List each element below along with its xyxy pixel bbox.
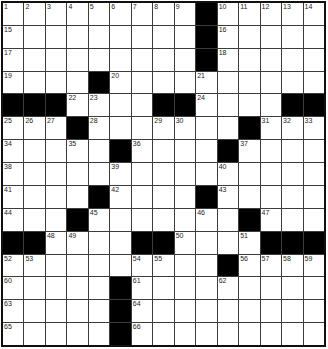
clue-number: 61 xyxy=(133,277,141,285)
cell[interactable] xyxy=(24,49,44,71)
cell[interactable]: 18 xyxy=(218,49,238,71)
cell[interactable] xyxy=(261,26,281,48)
black-cell xyxy=(218,140,238,162)
cell[interactable]: 23 xyxy=(89,94,109,116)
cell[interactable] xyxy=(175,186,195,208)
cell[interactable] xyxy=(282,209,302,231)
cell[interactable]: 17 xyxy=(3,49,23,71)
cell[interactable] xyxy=(196,323,216,345)
cell[interactable] xyxy=(24,163,44,185)
clue-number: 31 xyxy=(262,117,270,125)
cell[interactable] xyxy=(153,49,173,71)
clue-number: 27 xyxy=(47,117,55,125)
clue-number: 17 xyxy=(4,49,12,57)
cell[interactable] xyxy=(239,26,259,48)
crossword-board: 1234567891011121314151617181920212223242… xyxy=(1,1,326,347)
cell[interactable] xyxy=(24,186,44,208)
clue-number: 62 xyxy=(219,277,227,285)
cell[interactable] xyxy=(110,49,130,71)
clue-number: 63 xyxy=(4,300,12,308)
cell[interactable]: 50 xyxy=(175,232,195,254)
clue-number: 15 xyxy=(4,26,12,34)
cell[interactable]: 52 xyxy=(3,255,23,277)
cell[interactable] xyxy=(175,209,195,231)
black-cell xyxy=(24,232,44,254)
black-cell xyxy=(132,232,152,254)
cell[interactable]: 28 xyxy=(89,117,109,139)
cell[interactable] xyxy=(261,49,281,71)
cell[interactable] xyxy=(24,300,44,322)
black-cell xyxy=(304,232,324,254)
black-cell xyxy=(282,232,302,254)
cell[interactable]: 47 xyxy=(261,209,281,231)
cell[interactable]: 60 xyxy=(3,277,23,299)
cell[interactable] xyxy=(218,323,238,345)
clue-number: 44 xyxy=(4,209,12,217)
black-cell xyxy=(67,209,87,231)
cell[interactable]: 15 xyxy=(3,26,23,48)
cell[interactable]: 43 xyxy=(218,186,238,208)
black-cell xyxy=(196,49,216,71)
black-cell xyxy=(239,117,259,139)
black-cell xyxy=(175,94,195,116)
cell[interactable]: 26 xyxy=(24,117,44,139)
cell[interactable]: 53 xyxy=(24,255,44,277)
cell[interactable] xyxy=(67,186,87,208)
cell[interactable] xyxy=(153,26,173,48)
cell[interactable] xyxy=(110,255,130,277)
cell[interactable] xyxy=(89,255,109,277)
black-cell xyxy=(153,94,173,116)
cell[interactable] xyxy=(67,300,87,322)
cell[interactable]: 4 xyxy=(67,3,87,25)
clue-number: 33 xyxy=(305,117,313,125)
cell[interactable] xyxy=(110,117,130,139)
clue-number: 21 xyxy=(197,72,205,80)
cell[interactable] xyxy=(304,300,324,322)
clue-number: 57 xyxy=(262,255,270,263)
cell[interactable] xyxy=(67,26,87,48)
cell[interactable] xyxy=(239,323,259,345)
clue-number: 52 xyxy=(4,255,12,263)
clue-number: 9 xyxy=(176,3,180,11)
cell[interactable] xyxy=(239,300,259,322)
cell[interactable]: 57 xyxy=(261,255,281,277)
cell[interactable] xyxy=(218,232,238,254)
cell[interactable] xyxy=(239,94,259,116)
cell[interactable]: 12 xyxy=(261,3,281,25)
cell[interactable] xyxy=(282,26,302,48)
cell[interactable]: 13 xyxy=(282,3,302,25)
clue-number: 54 xyxy=(133,255,141,263)
cell[interactable] xyxy=(132,94,152,116)
cell[interactable]: 58 xyxy=(282,255,302,277)
cell[interactable]: 37 xyxy=(239,140,259,162)
cell[interactable]: 2 xyxy=(24,3,44,25)
cell[interactable] xyxy=(89,163,109,185)
cell[interactable]: 14 xyxy=(304,3,324,25)
cell[interactable]: 5 xyxy=(89,3,109,25)
cell[interactable] xyxy=(239,49,259,71)
clue-number: 48 xyxy=(47,232,55,240)
clue-number: 37 xyxy=(240,140,248,148)
cell[interactable]: 45 xyxy=(89,209,109,231)
clue-number: 45 xyxy=(90,209,98,217)
cell[interactable] xyxy=(46,277,66,299)
cell[interactable] xyxy=(175,49,195,71)
black-cell xyxy=(46,94,66,116)
cell[interactable] xyxy=(24,72,44,94)
cell[interactable]: 55 xyxy=(153,255,173,277)
cell[interactable] xyxy=(304,323,324,345)
clue-number: 39 xyxy=(111,163,119,171)
black-cell xyxy=(110,323,130,345)
cell[interactable]: 30 xyxy=(175,117,195,139)
cell[interactable] xyxy=(67,49,87,71)
cell[interactable] xyxy=(218,209,238,231)
black-cell xyxy=(3,94,23,116)
cell[interactable] xyxy=(196,117,216,139)
cell[interactable] xyxy=(239,277,259,299)
cell[interactable] xyxy=(89,300,109,322)
cell[interactable]: 51 xyxy=(239,232,259,254)
cell[interactable] xyxy=(153,163,173,185)
clue-number: 38 xyxy=(4,163,12,171)
cell[interactable] xyxy=(282,140,302,162)
cell[interactable] xyxy=(304,186,324,208)
clue-number: 30 xyxy=(176,117,184,125)
cell[interactable]: 64 xyxy=(132,300,152,322)
cell[interactable] xyxy=(261,323,281,345)
cell[interactable] xyxy=(261,277,281,299)
cell[interactable] xyxy=(261,163,281,185)
cell[interactable]: 59 xyxy=(304,255,324,277)
clue-number: 65 xyxy=(4,323,12,331)
cell[interactable] xyxy=(218,300,238,322)
cell[interactable]: 39 xyxy=(110,163,130,185)
clue-number: 53 xyxy=(25,255,33,263)
cell[interactable] xyxy=(89,26,109,48)
black-cell xyxy=(196,26,216,48)
cell[interactable] xyxy=(153,323,173,345)
clue-number: 25 xyxy=(4,117,12,125)
cell[interactable] xyxy=(89,140,109,162)
cell[interactable] xyxy=(132,117,152,139)
black-cell xyxy=(196,186,216,208)
clue-number: 43 xyxy=(219,186,227,194)
cell[interactable] xyxy=(175,72,195,94)
cell[interactable]: 36 xyxy=(132,140,152,162)
clue-number: 66 xyxy=(133,323,141,331)
cell[interactable] xyxy=(67,163,87,185)
black-cell xyxy=(67,117,87,139)
clue-number: 22 xyxy=(68,94,76,102)
cell[interactable] xyxy=(153,186,173,208)
cell[interactable] xyxy=(46,300,66,322)
cell[interactable] xyxy=(153,72,173,94)
cell[interactable] xyxy=(153,140,173,162)
cell[interactable] xyxy=(282,300,302,322)
cell[interactable] xyxy=(24,26,44,48)
cell[interactable] xyxy=(239,186,259,208)
clue-number: 55 xyxy=(154,255,162,263)
cell[interactable] xyxy=(24,209,44,231)
cell[interactable] xyxy=(304,49,324,71)
black-cell xyxy=(218,255,238,277)
cell[interactable]: 11 xyxy=(239,3,259,25)
black-cell xyxy=(110,277,130,299)
black-cell xyxy=(24,94,44,116)
cell[interactable]: 54 xyxy=(132,255,152,277)
clue-number: 3 xyxy=(47,3,51,11)
cell[interactable]: 62 xyxy=(218,277,238,299)
cell[interactable] xyxy=(282,72,302,94)
clue-number: 19 xyxy=(4,72,12,80)
clue-number: 41 xyxy=(4,186,12,194)
cell[interactable] xyxy=(153,209,173,231)
clue-number: 1 xyxy=(4,3,8,11)
cell[interactable] xyxy=(175,277,195,299)
clue-number: 14 xyxy=(305,3,313,11)
cell[interactable]: 1 xyxy=(3,3,23,25)
cell[interactable]: 65 xyxy=(3,323,23,345)
cell[interactable] xyxy=(46,26,66,48)
cell[interactable] xyxy=(46,49,66,71)
cell[interactable] xyxy=(261,94,281,116)
cell[interactable] xyxy=(132,49,152,71)
cell[interactable] xyxy=(282,186,302,208)
cell[interactable] xyxy=(261,300,281,322)
cell[interactable] xyxy=(282,49,302,71)
clue-number: 47 xyxy=(262,209,270,217)
cell[interactable] xyxy=(132,186,152,208)
cell[interactable] xyxy=(196,300,216,322)
cell[interactable] xyxy=(132,163,152,185)
cell[interactable] xyxy=(261,186,281,208)
cell[interactable] xyxy=(175,323,195,345)
clue-number: 32 xyxy=(283,117,291,125)
clue-number: 6 xyxy=(111,3,115,11)
clue-number: 10 xyxy=(219,3,227,11)
cell[interactable] xyxy=(175,163,195,185)
cell[interactable]: 7 xyxy=(132,3,152,25)
cell[interactable] xyxy=(261,72,281,94)
cell[interactable] xyxy=(67,255,87,277)
cell[interactable] xyxy=(175,26,195,48)
cell[interactable] xyxy=(67,72,87,94)
black-cell xyxy=(261,232,281,254)
cell[interactable] xyxy=(175,140,195,162)
cell[interactable] xyxy=(132,72,152,94)
clue-number: 64 xyxy=(133,300,141,308)
cell[interactable] xyxy=(304,277,324,299)
cell[interactable] xyxy=(110,232,130,254)
cell[interactable] xyxy=(304,140,324,162)
cell[interactable] xyxy=(153,300,173,322)
black-cell xyxy=(89,72,109,94)
clue-number: 11 xyxy=(240,3,247,11)
cell[interactable]: 27 xyxy=(46,117,66,139)
cell[interactable]: 22 xyxy=(67,94,87,116)
clue-number: 18 xyxy=(219,49,227,57)
black-cell xyxy=(153,232,173,254)
black-cell xyxy=(282,94,302,116)
cell[interactable] xyxy=(153,277,173,299)
cell[interactable]: 10 xyxy=(218,3,238,25)
cell[interactable] xyxy=(196,140,216,162)
cell[interactable]: 48 xyxy=(46,232,66,254)
cell[interactable] xyxy=(89,277,109,299)
clue-number: 8 xyxy=(154,3,158,11)
cell[interactable] xyxy=(304,72,324,94)
cell[interactable] xyxy=(46,209,66,231)
clue-number: 40 xyxy=(219,163,227,171)
clue-number: 4 xyxy=(68,3,72,11)
cell[interactable] xyxy=(282,163,302,185)
black-cell xyxy=(196,3,216,25)
clue-number: 34 xyxy=(4,140,12,148)
clue-number: 51 xyxy=(240,232,248,240)
cell[interactable] xyxy=(46,72,66,94)
cell[interactable] xyxy=(110,209,130,231)
black-cell xyxy=(110,140,130,162)
cell[interactable] xyxy=(239,72,259,94)
cell[interactable] xyxy=(110,26,130,48)
cell[interactable] xyxy=(132,26,152,48)
cell[interactable]: 40 xyxy=(218,163,238,185)
cell[interactable]: 66 xyxy=(132,323,152,345)
cell[interactable] xyxy=(304,209,324,231)
clue-number: 24 xyxy=(197,94,205,102)
cell[interactable]: 19 xyxy=(3,72,23,94)
cell[interactable]: 61 xyxy=(132,277,152,299)
clue-number: 50 xyxy=(176,232,184,240)
cell[interactable] xyxy=(218,72,238,94)
cell[interactable] xyxy=(218,117,238,139)
clue-number: 23 xyxy=(90,94,98,102)
cell[interactable] xyxy=(46,186,66,208)
cell[interactable] xyxy=(89,49,109,71)
black-cell xyxy=(110,300,130,322)
cell[interactable]: 56 xyxy=(239,255,259,277)
cell[interactable] xyxy=(196,163,216,185)
clue-number: 13 xyxy=(283,3,291,11)
cell[interactable]: 63 xyxy=(3,300,23,322)
cell[interactable]: 21 xyxy=(196,72,216,94)
cell[interactable]: 32 xyxy=(282,117,302,139)
cell[interactable] xyxy=(67,323,87,345)
black-cell xyxy=(3,232,23,254)
cell[interactable]: 16 xyxy=(218,26,238,48)
clue-number: 26 xyxy=(25,117,33,125)
cell[interactable]: 46 xyxy=(196,209,216,231)
cell[interactable] xyxy=(89,232,109,254)
cell[interactable]: 6 xyxy=(110,3,130,25)
black-cell xyxy=(239,209,259,231)
cell[interactable]: 20 xyxy=(110,72,130,94)
clue-number: 29 xyxy=(154,117,162,125)
clue-number: 60 xyxy=(4,277,12,285)
clue-number: 49 xyxy=(68,232,76,240)
cell[interactable] xyxy=(89,323,109,345)
black-cell xyxy=(89,186,109,208)
cell[interactable] xyxy=(282,277,302,299)
black-cell xyxy=(304,94,324,116)
cell[interactable] xyxy=(239,163,259,185)
cell[interactable] xyxy=(24,323,44,345)
cell[interactable]: 29 xyxy=(153,117,173,139)
cell[interactable] xyxy=(282,323,302,345)
cell[interactable] xyxy=(132,209,152,231)
cell[interactable] xyxy=(304,26,324,48)
cell[interactable] xyxy=(196,255,216,277)
cell[interactable] xyxy=(24,140,44,162)
cell[interactable]: 8 xyxy=(153,3,173,25)
clue-number: 35 xyxy=(68,140,76,148)
cell[interactable] xyxy=(46,323,66,345)
cell[interactable]: 34 xyxy=(3,140,23,162)
cell[interactable] xyxy=(175,255,195,277)
cell[interactable]: 44 xyxy=(3,209,23,231)
cell[interactable]: 3 xyxy=(46,3,66,25)
cell[interactable] xyxy=(218,94,238,116)
cell[interactable] xyxy=(46,255,66,277)
cell[interactable] xyxy=(24,277,44,299)
cell[interactable] xyxy=(196,277,216,299)
clue-number: 16 xyxy=(219,26,227,34)
cell[interactable]: 33 xyxy=(304,117,324,139)
cell[interactable] xyxy=(175,300,195,322)
crossword-page: 1234567891011121314151617181920212223242… xyxy=(0,0,328,349)
clue-number: 36 xyxy=(133,140,141,148)
clue-number: 46 xyxy=(197,209,205,217)
cell[interactable] xyxy=(46,163,66,185)
clue-number: 59 xyxy=(305,255,313,263)
cell[interactable]: 41 xyxy=(3,186,23,208)
cell[interactable]: 35 xyxy=(67,140,87,162)
clue-number: 20 xyxy=(111,72,119,80)
cell[interactable]: 31 xyxy=(261,117,281,139)
clue-number: 7 xyxy=(133,3,137,11)
cell[interactable] xyxy=(304,163,324,185)
cell[interactable] xyxy=(67,277,87,299)
cell[interactable]: 42 xyxy=(110,186,130,208)
cell[interactable]: 38 xyxy=(3,163,23,185)
cell[interactable]: 24 xyxy=(196,94,216,116)
cell[interactable] xyxy=(196,232,216,254)
clue-number: 5 xyxy=(90,3,94,11)
clue-number: 58 xyxy=(283,255,291,263)
cell[interactable] xyxy=(110,94,130,116)
cell[interactable]: 25 xyxy=(3,117,23,139)
cell[interactable] xyxy=(261,140,281,162)
clue-number: 56 xyxy=(240,255,248,263)
clue-number: 12 xyxy=(262,3,270,11)
clue-number: 42 xyxy=(111,186,119,194)
cell[interactable]: 49 xyxy=(67,232,87,254)
cell[interactable] xyxy=(46,140,66,162)
cell[interactable]: 9 xyxy=(175,3,195,25)
clue-number: 28 xyxy=(90,117,98,125)
clue-number: 2 xyxy=(25,3,29,11)
